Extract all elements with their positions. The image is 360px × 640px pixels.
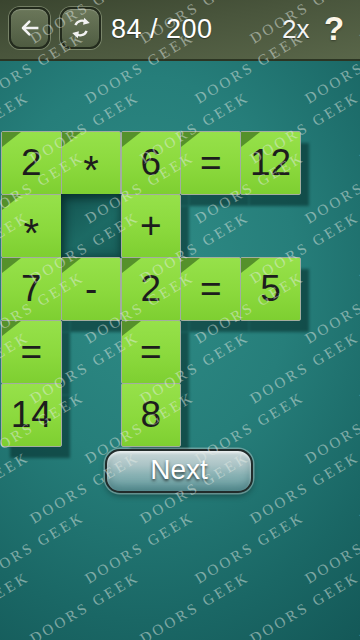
- folded-corner-icon: [122, 132, 141, 147]
- folded-corner-icon: [122, 258, 141, 273]
- tile-r3c0[interactable]: =: [1, 320, 62, 384]
- top-bar: 84 / 200 2x ?: [0, 0, 360, 61]
- tile-value: =: [20, 333, 42, 370]
- tile-value: 14: [11, 396, 52, 433]
- tile-value: 2: [141, 270, 162, 307]
- watermark: DOORS GEEK: [82, 509, 198, 588]
- refresh-icon: [67, 14, 95, 42]
- folded-corner-icon: [241, 258, 260, 273]
- watermark: DOORS GEEK: [302, 149, 360, 228]
- tile-r1c0[interactable]: *: [1, 194, 62, 258]
- tile-value: 6: [141, 144, 162, 181]
- watermark: DOORS GEEK: [247, 569, 360, 640]
- folded-corner-icon: [2, 321, 21, 336]
- watermark: DOORS GEEK: [0, 449, 33, 528]
- speed-multiplier: 2x: [282, 0, 309, 58]
- tile-r0c0[interactable]: 2: [1, 131, 62, 195]
- tile-r2c3[interactable]: =: [180, 257, 241, 321]
- tile-r2c4[interactable]: 5: [240, 257, 301, 321]
- tile-r0c1[interactable]: *: [61, 131, 122, 195]
- tile-value: 5: [260, 270, 281, 307]
- tile-value: 2: [21, 144, 42, 181]
- tile-r2c2[interactable]: 2: [121, 257, 182, 321]
- tile-r4c2[interactable]: 8: [121, 383, 182, 447]
- folded-corner-icon: [2, 132, 21, 147]
- folded-corner-icon: [122, 321, 141, 336]
- tile-r2c1[interactable]: -: [61, 257, 122, 321]
- watermark: DOORS GEEK: [137, 569, 253, 640]
- watermark: DOORS GEEK: [247, 449, 360, 528]
- tile-r1c2[interactable]: +: [121, 194, 182, 258]
- folded-corner-icon: [181, 132, 200, 147]
- watermark: DOORS GEEK: [302, 269, 360, 348]
- folded-corner-icon: [62, 258, 81, 273]
- puzzle-board: 2*6=12*+7-2=5==148: [1, 131, 300, 446]
- tile-r0c2[interactable]: 6: [121, 131, 182, 195]
- watermark: DOORS GEEK: [27, 569, 143, 640]
- watermark: DOORS GEEK: [192, 509, 308, 588]
- help-button[interactable]: ?: [324, 0, 344, 58]
- next-button-label: Next: [150, 454, 208, 486]
- watermark: DOORS GEEK: [302, 509, 360, 588]
- tile-value: 7: [21, 270, 42, 307]
- tile-r2c0[interactable]: 7: [1, 257, 62, 321]
- tile-value: =: [140, 333, 162, 370]
- folded-corner-icon: [2, 195, 21, 210]
- tile-r0c4[interactable]: 12: [240, 131, 301, 195]
- tile-value: +: [140, 207, 162, 244]
- next-button[interactable]: Next: [105, 449, 253, 493]
- left-arrow-icon: [16, 14, 44, 42]
- tile-r4c0[interactable]: 14: [1, 383, 62, 447]
- tile-value: -: [85, 270, 97, 307]
- folded-corner-icon: [62, 132, 81, 147]
- refresh-button[interactable]: [60, 7, 101, 49]
- tile-value: =: [200, 270, 222, 307]
- tile-r0c3[interactable]: =: [180, 131, 241, 195]
- tile-r3c2[interactable]: =: [121, 320, 182, 384]
- tile-value: 8: [141, 396, 162, 433]
- tile-value: *: [24, 213, 40, 253]
- tile-value: *: [83, 150, 99, 190]
- watermark: DOORS GEEK: [302, 389, 360, 468]
- tile-value: =: [200, 144, 222, 181]
- back-button[interactable]: [9, 7, 50, 49]
- tile-value: 12: [250, 144, 291, 181]
- level-counter: 84 / 200: [111, 0, 213, 58]
- folded-corner-icon: [2, 258, 21, 273]
- game-screen: 84 / 200 2x ? 2*6=12*+7-2=5==148 Next DO…: [0, 0, 360, 640]
- watermark: DOORS GEEK: [0, 569, 33, 640]
- watermark: DOORS GEEK: [0, 509, 88, 588]
- board-hole: [61, 194, 122, 258]
- folded-corner-icon: [181, 258, 200, 273]
